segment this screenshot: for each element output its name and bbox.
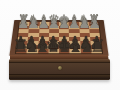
storage-drawer xyxy=(9,62,110,75)
board-square xyxy=(48,49,59,53)
wooden-case xyxy=(9,59,110,81)
chess-board xyxy=(9,20,108,56)
drawer-knob xyxy=(58,66,62,70)
board-square xyxy=(38,49,49,53)
board-square xyxy=(16,49,27,53)
case-base-molding xyxy=(9,75,110,81)
board-grid xyxy=(15,22,103,54)
chess-set-photo: ♜♞♝♛♚♝♞♜♟♟♟♟♟♟♟♟♟♟♟♟♟♟♟♟♜♞♝♛♚♝♞♜ xyxy=(0,0,120,90)
board-square xyxy=(70,49,81,53)
board-square xyxy=(80,49,91,53)
board-square xyxy=(27,49,38,53)
board-square xyxy=(91,49,102,53)
board-square xyxy=(59,49,70,53)
